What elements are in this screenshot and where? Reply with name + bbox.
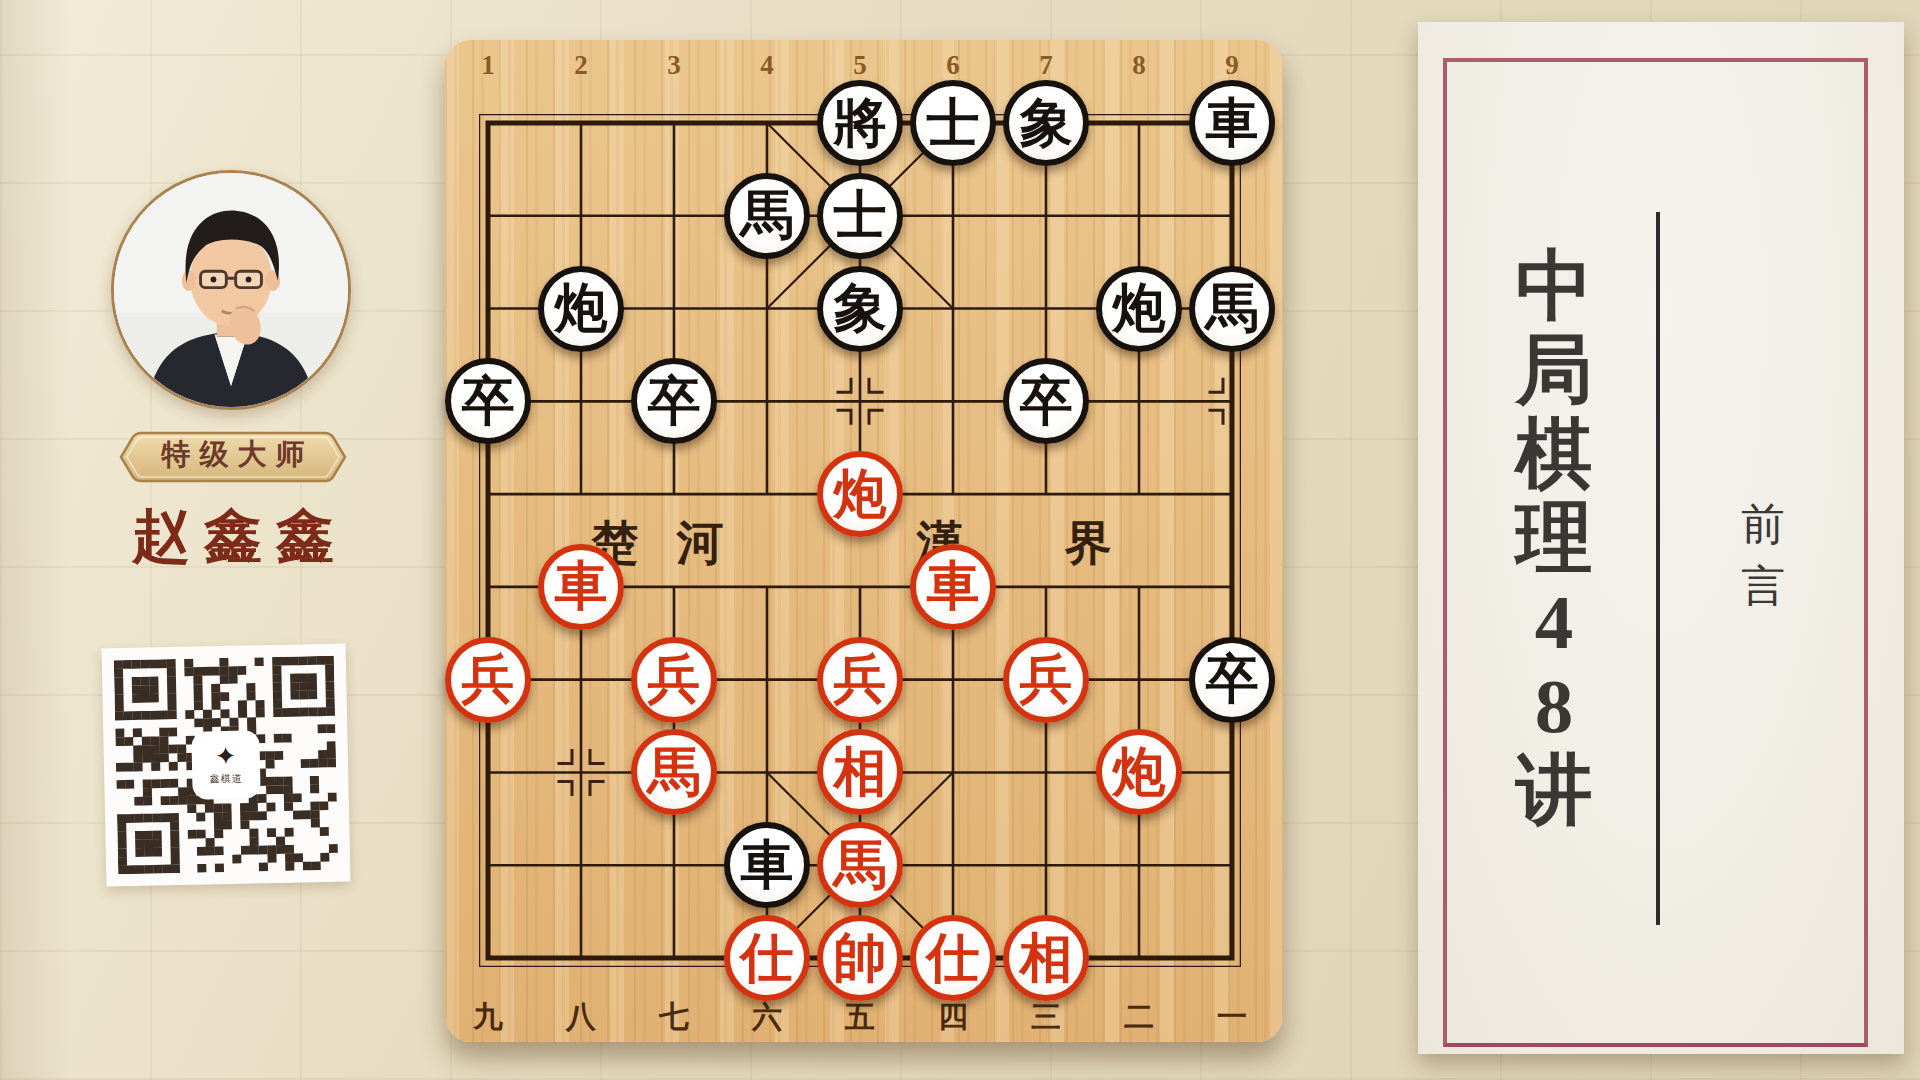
title-char-5: 8	[1535, 664, 1574, 748]
piece-black-c5r3[interactable]: 象	[817, 266, 903, 352]
piece-black-c5r2[interactable]: 士	[817, 173, 903, 259]
top-label-3: 3	[667, 50, 681, 81]
presenter-title-badge: 特级大师	[113, 425, 353, 485]
lesson-subtitle-vertical: 前言	[1731, 494, 1795, 618]
top-label-5: 5	[853, 50, 867, 81]
piece-black-c4r2[interactable]: 馬	[724, 173, 810, 259]
presenter-title: 特级大师	[113, 425, 353, 485]
piece-red-c5r5[interactable]: 炮	[817, 451, 903, 537]
piece-black-c8r3[interactable]: 炮	[1096, 266, 1182, 352]
title-char-0: 中	[1516, 244, 1593, 328]
title-char-4: 4	[1535, 580, 1574, 664]
title-char-2: 棋	[1516, 412, 1593, 496]
piece-black-c2r3[interactable]: 炮	[538, 266, 624, 352]
piece-red-c8r8[interactable]: 炮	[1096, 729, 1182, 815]
piece-red-c3r8[interactable]: 馬	[631, 729, 717, 815]
subtitle-char-0: 前	[1741, 494, 1785, 556]
subtitle-char-1: 言	[1741, 556, 1785, 618]
qr-logo-text: 鑫棋道	[210, 772, 243, 787]
piece-black-c3r4[interactable]: 卒	[631, 358, 717, 444]
lesson-title-vertical: 中局棋理48讲	[1510, 244, 1598, 832]
star-icon: ✦	[215, 744, 237, 770]
piece-black-c4r9[interactable]: 車	[724, 822, 810, 908]
piece-black-c9r1[interactable]: 車	[1189, 80, 1275, 166]
piece-red-c6r10[interactable]: 仕	[910, 915, 996, 1001]
presenter-name: 赵鑫鑫	[63, 498, 403, 576]
piece-red-c2r6[interactable]: 車	[538, 544, 624, 630]
river-text-he: 河	[677, 512, 724, 575]
top-label-1: 1	[481, 50, 495, 81]
bottom-label-7: 三	[1031, 997, 1061, 1038]
title-card-divider-line	[1656, 212, 1660, 925]
top-label-6: 6	[946, 50, 960, 81]
piece-red-c5r10[interactable]: 帥	[817, 915, 903, 1001]
title-char-3: 理	[1516, 496, 1593, 580]
river-text-jie: 界	[1065, 512, 1112, 575]
lesson-title-card: 中局棋理48讲 前言	[1418, 22, 1904, 1054]
bottom-label-6: 四	[938, 997, 968, 1038]
piece-black-c1r4[interactable]: 卒	[445, 358, 531, 444]
piece-black-c7r4[interactable]: 卒	[1003, 358, 1089, 444]
piece-red-c1r7[interactable]: 兵	[445, 637, 531, 723]
top-label-4: 4	[760, 50, 774, 81]
bottom-label-9: 一	[1217, 997, 1247, 1038]
bottom-label-4: 六	[752, 997, 782, 1038]
piece-red-c3r7[interactable]: 兵	[631, 637, 717, 723]
piece-red-c5r7[interactable]: 兵	[817, 637, 903, 723]
bottom-label-3: 七	[659, 997, 689, 1038]
piece-red-c5r8[interactable]: 相	[817, 729, 903, 815]
top-label-2: 2	[574, 50, 588, 81]
title-char-1: 局	[1516, 328, 1593, 412]
top-label-8: 8	[1132, 50, 1146, 81]
qr-center-logo: ✦ 鑫棋道	[194, 733, 257, 796]
bottom-label-5: 五	[845, 997, 875, 1038]
piece-black-c6r1[interactable]: 士	[910, 80, 996, 166]
piece-red-c5r9[interactable]: 馬	[817, 822, 903, 908]
bottom-label-1: 九	[473, 997, 503, 1038]
piece-red-c7r7[interactable]: 兵	[1003, 637, 1089, 723]
piece-black-c9r3[interactable]: 馬	[1189, 266, 1275, 352]
video-frame: 特级大师 赵鑫鑫 ✦ 鑫棋道	[0, 0, 1920, 1080]
presenter-avatar	[111, 170, 351, 410]
piece-red-c6r6[interactable]: 車	[910, 544, 996, 630]
piece-red-c4r10[interactable]: 仕	[724, 915, 810, 1001]
xiangqi-board: 123456789 九八七六五四三二一 楚 河 漢 界 將士象車馬士炮象炮馬卒卒…	[445, 40, 1283, 1042]
bottom-label-2: 八	[566, 997, 596, 1038]
top-label-7: 7	[1039, 50, 1053, 81]
top-label-9: 9	[1225, 50, 1239, 81]
piece-black-c7r1[interactable]: 象	[1003, 80, 1089, 166]
qr-code: ✦ 鑫棋道	[102, 643, 351, 886]
presenter-portrait-illustration	[114, 173, 348, 407]
piece-black-c9r7[interactable]: 卒	[1189, 637, 1275, 723]
title-char-6: 讲	[1516, 748, 1593, 832]
piece-red-c7r10[interactable]: 相	[1003, 915, 1089, 1001]
bottom-label-8: 二	[1124, 997, 1154, 1038]
piece-black-c5r1[interactable]: 將	[817, 80, 903, 166]
